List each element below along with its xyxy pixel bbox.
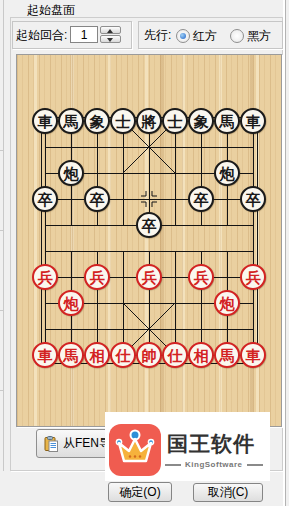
xiangqi-piece-black[interactable]: 馬 — [58, 108, 84, 134]
xiangqi-piece-red[interactable]: 車 — [240, 342, 266, 368]
xiangqi-piece-black[interactable]: 士 — [110, 108, 136, 134]
xiangqi-piece-black[interactable]: 卒 — [32, 186, 58, 212]
dash-left — [165, 464, 181, 466]
xiangqi-piece-red[interactable]: 帥 — [136, 342, 162, 368]
watermark-brand-en-row: KingSoftware — [165, 460, 265, 469]
xiangqi-piece-red[interactable]: 炮 — [58, 290, 84, 316]
parent-panel-tick — [0, 390, 3, 391]
radio-red-side[interactable] — [176, 29, 190, 43]
xiangqi-piece-red[interactable]: 相 — [188, 342, 214, 368]
xiangqi-piece-red[interactable]: 兵 — [240, 264, 266, 290]
kingsoftware-logo-icon — [109, 424, 161, 476]
xiangqi-piece-red[interactable]: 馬 — [214, 342, 240, 368]
groupbox-title: 起始盘面 — [27, 2, 75, 19]
spinner-up-button[interactable] — [100, 26, 121, 34]
clipboard-paste-icon — [43, 436, 59, 452]
xiangqi-piece-red[interactable]: 相 — [84, 342, 110, 368]
xiangqi-piece-red[interactable]: 車 — [32, 342, 58, 368]
xiangqi-piece-black[interactable]: 象 — [188, 108, 214, 134]
dialog-right-border — [285, 0, 286, 506]
dash-right — [247, 464, 263, 466]
parent-panel-tick — [0, 150, 3, 151]
xiangqi-piece-red[interactable]: 馬 — [58, 342, 84, 368]
xiangqi-piece-black[interactable]: 卒 — [84, 186, 110, 212]
xiangqi-piece-black[interactable]: 炮 — [214, 160, 240, 186]
radio-black-label[interactable]: 黑方 — [247, 30, 271, 42]
xiangqi-piece-black[interactable]: 車 — [240, 108, 266, 134]
xiangqi-piece-black[interactable]: 象 — [84, 108, 110, 134]
xiangqi-piece-black[interactable]: 卒 — [188, 186, 214, 212]
xiangqi-piece-black[interactable]: 卒 — [136, 212, 162, 238]
xiangqi-piece-black[interactable]: 車 — [32, 108, 58, 134]
xiangqi-piece-black[interactable]: 將 — [136, 108, 162, 134]
xiangqi-piece-black[interactable]: 炮 — [58, 160, 84, 186]
start-round-spinner — [100, 26, 121, 44]
radio-black-side[interactable] — [230, 29, 244, 43]
watermark-brand-en: KingSoftware — [185, 460, 243, 469]
radio-red-label[interactable]: 红方 — [193, 30, 217, 42]
xiangqi-piece-red[interactable]: 兵 — [32, 264, 58, 290]
xiangqi-piece-red[interactable]: 兵 — [84, 264, 110, 290]
xiangqi-board[interactable]: 車馬象士將士象馬車炮炮卒卒卒卒卒兵兵兵兵兵炮炮車馬相仕帥仕相馬車 — [16, 54, 282, 427]
parent-panel-tick — [0, 310, 3, 311]
start-round-input[interactable] — [70, 26, 98, 43]
cancel-button[interactable]: 取消(C) — [193, 483, 263, 502]
spinner-down-button[interactable] — [100, 35, 121, 43]
xiangqi-piece-red[interactable]: 仕 — [162, 342, 188, 368]
xiangqi-piece-red[interactable]: 炮 — [214, 290, 240, 316]
start-round-label: 起始回合: — [16, 29, 67, 41]
down-arrow-icon — [107, 38, 113, 42]
board-wood-background: 車馬象士將士象馬車炮炮卒卒卒卒卒兵兵兵兵兵炮炮車馬相仕帥仕相馬車 — [17, 55, 281, 426]
first-move-label: 先行: — [144, 29, 171, 41]
parent-panel-tick — [0, 230, 3, 231]
xiangqi-piece-black[interactable]: 馬 — [214, 108, 240, 134]
parent-panel-edge — [3, 0, 4, 471]
xiangqi-piece-red[interactable]: 兵 — [188, 264, 214, 290]
up-arrow-icon — [107, 29, 113, 33]
watermark-brand-cn: 国王软件 — [167, 430, 255, 458]
xiangqi-piece-red[interactable]: 仕 — [110, 342, 136, 368]
xiangqi-piece-black[interactable]: 卒 — [240, 186, 266, 212]
watermark: 国王软件 KingSoftware — [105, 412, 270, 481]
ok-button[interactable]: 确定(O) — [108, 482, 172, 502]
xiangqi-piece-red[interactable]: 兵 — [136, 264, 162, 290]
xiangqi-piece-black[interactable]: 士 — [162, 108, 188, 134]
